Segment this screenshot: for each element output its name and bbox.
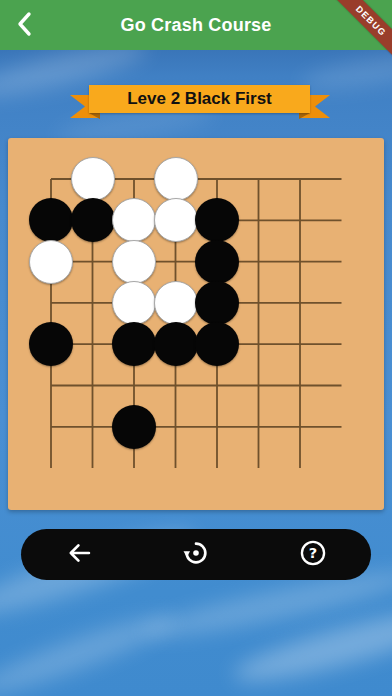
arrow-left-icon (65, 539, 93, 570)
black-stone (195, 281, 239, 325)
black-stone (154, 322, 198, 366)
black-stone (195, 322, 239, 366)
page-title: Go Crash Course (120, 15, 271, 36)
white-stone (154, 157, 198, 201)
question-circle-icon: ? (299, 539, 327, 570)
white-stone (154, 281, 198, 325)
black-stone (29, 198, 73, 242)
white-stone (112, 281, 156, 325)
black-stone (112, 322, 156, 366)
white-stone (112, 240, 156, 284)
svg-text:?: ? (308, 544, 316, 561)
cloud (229, 599, 392, 693)
header: Go Crash Course (0, 0, 392, 50)
white-stone (154, 198, 198, 242)
cloud (0, 605, 179, 696)
white-stone (71, 157, 115, 201)
go-board[interactable] (8, 138, 384, 510)
cloud (299, 45, 392, 97)
level-banner-text: Leve 2 Black First (127, 89, 272, 109)
back-button[interactable] (62, 538, 96, 572)
black-stone (71, 198, 115, 242)
back-chevron-button[interactable] (14, 0, 54, 50)
banner-band: Leve 2 Black First (89, 85, 310, 113)
black-stone (195, 240, 239, 284)
black-stone (112, 405, 156, 449)
help-button[interactable]: ? (296, 538, 330, 572)
bottom-toolbar: ? (21, 529, 371, 580)
white-stone (29, 240, 73, 284)
restart-button[interactable] (179, 538, 213, 572)
restart-icon (182, 539, 210, 570)
board-grid (8, 138, 384, 510)
black-stone (29, 322, 73, 366)
white-stone (112, 198, 156, 242)
black-stone (195, 198, 239, 242)
chevron-left-icon (14, 11, 36, 40)
